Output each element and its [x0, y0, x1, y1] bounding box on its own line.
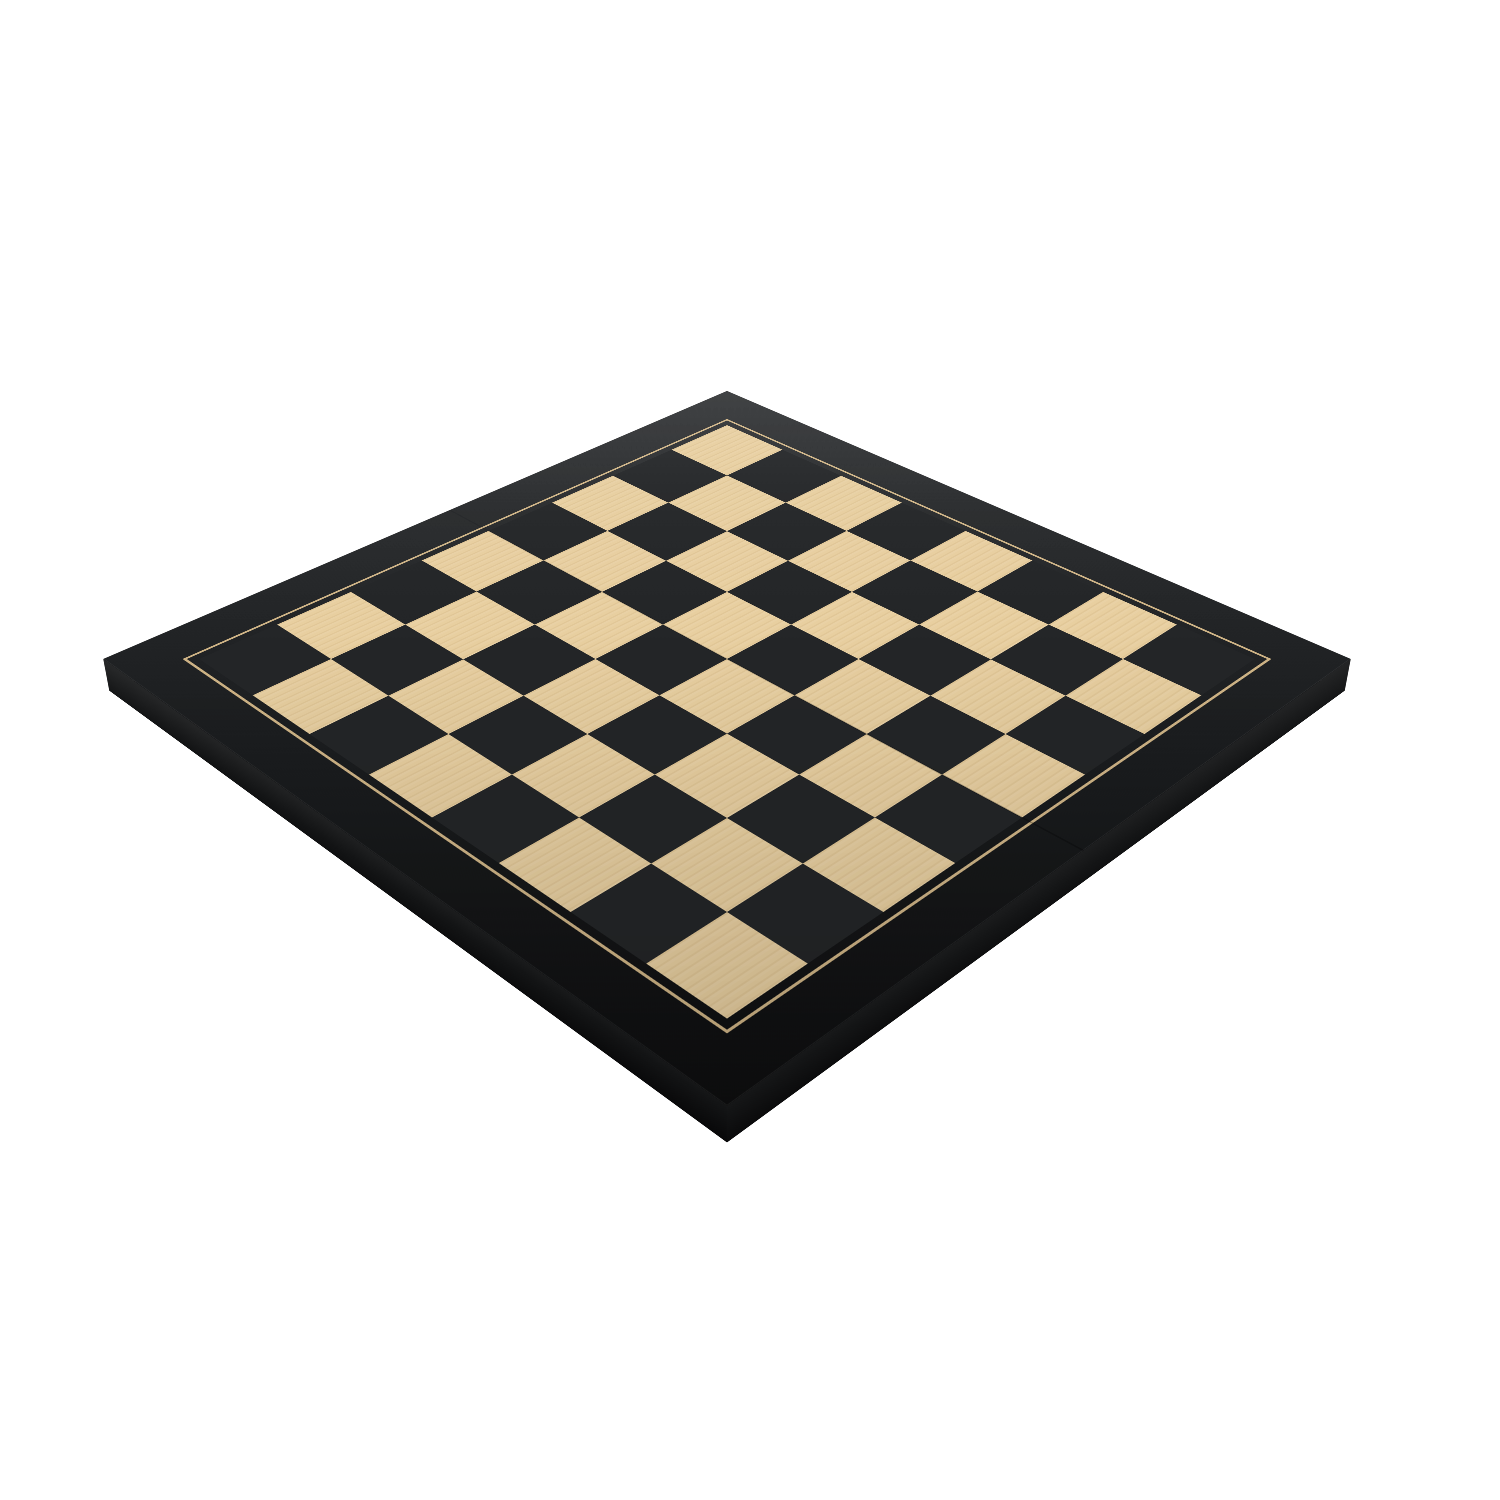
square-f1: [499, 818, 651, 912]
square-f5: [795, 659, 930, 734]
square-h2: [727, 863, 884, 963]
photo-background: [286, 218, 1168, 1100]
square-g3: [727, 774, 874, 863]
square-f3: [655, 734, 798, 818]
square-g1: [570, 863, 727, 963]
square-h7: [1066, 659, 1201, 734]
square-f4: [727, 695, 866, 774]
square-h4: [874, 774, 1021, 863]
square-b1: [253, 659, 388, 734]
square-h3: [803, 818, 955, 912]
square-g6: [930, 659, 1065, 734]
square-e1: [432, 774, 579, 863]
square-g4: [799, 734, 942, 818]
board-top-face-frame: [103, 391, 1350, 1106]
square-e3: [588, 695, 727, 774]
square-h5: [942, 734, 1085, 818]
square-g5: [866, 695, 1005, 774]
square-d2: [448, 695, 587, 774]
square-h1: [646, 912, 808, 1019]
square-e4: [659, 659, 794, 734]
square-d1: [369, 734, 512, 818]
square-f2: [580, 774, 727, 863]
square-d3: [524, 659, 659, 734]
playing-field: [199, 425, 1254, 1018]
square-c1: [309, 695, 448, 774]
square-e2: [512, 734, 655, 818]
chessboard: [103, 391, 1350, 1106]
square-g2: [651, 818, 803, 912]
square-c2: [388, 659, 523, 734]
square-h6: [1006, 695, 1145, 774]
